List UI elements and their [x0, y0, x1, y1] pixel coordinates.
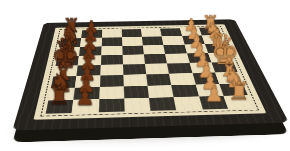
square-e5 — [123, 64, 146, 75]
square-h3 — [174, 96, 202, 110]
piece-black-pawn: ♟ — [76, 86, 96, 108]
square-e6 — [100, 65, 123, 76]
square-h5 — [124, 98, 151, 112]
square-g6 — [99, 86, 124, 99]
square-d6 — [100, 55, 122, 65]
square-h4 — [149, 97, 176, 111]
square-h7: ♟ — [72, 99, 99, 113]
square-c6 — [101, 46, 123, 56]
square-f3 — [169, 73, 195, 85]
square-b3 — [162, 36, 184, 45]
square-e4 — [145, 63, 169, 74]
square-g4 — [148, 85, 174, 98]
square-d4 — [144, 54, 167, 64]
square-f4 — [146, 74, 171, 86]
square-c4 — [143, 45, 165, 54]
chess-board: ♜♟♟♜♞♟♟♞♝♟♟♝♛♟♟♛♚♟♟♚♝♟♟♝♞♟♟♞♜♟♟♜ — [12, 19, 289, 130]
piece-white-rook: ♜ — [228, 79, 251, 104]
square-f5 — [123, 74, 147, 86]
square-d5 — [122, 54, 145, 64]
square-h6 — [98, 98, 124, 112]
board-grid: ♜♟♟♜♞♟♟♞♝♟♟♝♛♟♟♛♚♟♟♚♝♟♟♝♞♟♟♞♜♟♟♜ — [46, 27, 254, 113]
piece-black-rook: ♜ — [48, 83, 71, 109]
square-h1: ♜ — [223, 95, 253, 109]
square-g3 — [171, 84, 198, 97]
square-h2: ♟ — [199, 96, 228, 110]
square-f6 — [99, 75, 123, 87]
chess-set-photo: ♜♟♟♜♞♟♟♞♝♟♟♝♛♟♟♛♚♟♟♚♝♟♟♝♞♟♟♞♜♟♟♜ — [0, 0, 290, 151]
board-border-apron: ♜♟♟♜♞♟♟♞♝♟♟♝♛♟♟♛♚♟♟♚♝♟♟♝♞♟♟♞♜♟♟♜ — [33, 24, 266, 120]
square-e3 — [167, 63, 192, 74]
piece-white-pawn: ♟ — [204, 83, 224, 105]
square-h8: ♜ — [46, 100, 74, 114]
square-b5 — [122, 37, 143, 46]
square-d3 — [165, 53, 189, 63]
square-g5 — [124, 86, 149, 99]
